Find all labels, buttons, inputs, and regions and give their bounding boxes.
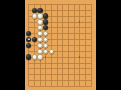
black-stone[interactable] bbox=[26, 54, 31, 59]
grid-line-horizontal bbox=[29, 63, 92, 64]
white-stone[interactable] bbox=[32, 13, 37, 18]
white-stone[interactable] bbox=[37, 19, 42, 24]
white-stone[interactable] bbox=[43, 49, 48, 54]
black-stone[interactable] bbox=[26, 43, 31, 48]
grid-line-horizontal bbox=[29, 80, 92, 81]
white-stone[interactable] bbox=[43, 31, 48, 36]
white-stone[interactable] bbox=[37, 13, 42, 18]
white-stone[interactable] bbox=[43, 37, 48, 42]
black-stone[interactable] bbox=[43, 13, 48, 18]
white-stone[interactable] bbox=[37, 49, 42, 54]
go-board[interactable] bbox=[25, 0, 96, 90]
black-stone[interactable] bbox=[43, 25, 48, 30]
white-stone[interactable] bbox=[49, 49, 54, 54]
black-stone[interactable] bbox=[43, 19, 48, 24]
black-stone[interactable] bbox=[26, 31, 31, 36]
white-stone[interactable] bbox=[37, 25, 42, 30]
grid-line-horizontal bbox=[29, 4, 92, 5]
white-stone[interactable] bbox=[37, 54, 42, 59]
white-stone[interactable] bbox=[32, 54, 37, 59]
black-stone[interactable] bbox=[37, 8, 42, 13]
grid-line-horizontal bbox=[29, 68, 92, 69]
white-stone[interactable] bbox=[37, 37, 42, 42]
white-stone[interactable] bbox=[43, 43, 48, 48]
white-stone[interactable] bbox=[37, 31, 42, 36]
grid-line-horizontal bbox=[29, 74, 92, 75]
white-stone[interactable] bbox=[37, 43, 42, 48]
black-stone[interactable] bbox=[26, 37, 31, 42]
black-stone[interactable] bbox=[32, 8, 37, 13]
app-screen bbox=[0, 0, 120, 90]
grid-line-horizontal bbox=[29, 86, 92, 87]
black-stone[interactable] bbox=[32, 37, 37, 42]
last-move-triangle-marker bbox=[28, 38, 30, 40]
left-black-bar bbox=[0, 0, 25, 90]
right-black-bar bbox=[96, 0, 121, 90]
